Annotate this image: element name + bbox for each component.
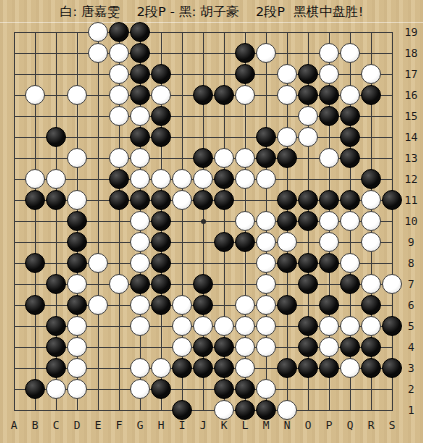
black-stone-G14 — [130, 127, 150, 147]
white-stone-L10 — [235, 211, 255, 231]
row-label-19: 19 — [400, 22, 422, 43]
black-stone-K3 — [214, 358, 234, 378]
col-label-H: H — [151, 419, 172, 432]
col-label-R: R — [361, 419, 382, 432]
col-label-Q: Q — [340, 419, 361, 432]
white-stone-J12 — [193, 169, 213, 189]
white-stone-Q10 — [340, 211, 360, 231]
white-stone-D3 — [67, 358, 87, 378]
white-stone-R9 — [361, 232, 381, 252]
col-label-B: B — [25, 419, 46, 432]
row-label-1: 1 — [400, 400, 422, 421]
white-stone-D7 — [67, 274, 87, 294]
white-stone-M12 — [256, 169, 276, 189]
col-label-E: E — [88, 419, 109, 432]
black-stone-R3 — [361, 358, 381, 378]
black-stone-H8 — [151, 253, 171, 273]
black-stone-J11 — [193, 190, 213, 210]
black-stone-S5 — [382, 316, 402, 336]
white-stone-R11 — [361, 190, 381, 210]
black-stone-N3 — [277, 358, 297, 378]
white-stone-I4 — [172, 337, 192, 357]
black-stone-L18 — [235, 43, 255, 63]
black-stone-R6 — [361, 295, 381, 315]
black-stone-H17 — [151, 64, 171, 84]
white-stone-R7 — [361, 274, 381, 294]
black-stone-J7 — [193, 274, 213, 294]
black-stone-D10 — [67, 211, 87, 231]
white-stone-I6 — [172, 295, 192, 315]
col-label-D: D — [67, 419, 88, 432]
col-label-J: J — [193, 419, 214, 432]
white-stone-I12 — [172, 169, 192, 189]
white-stone-K1 — [214, 400, 234, 420]
black-stone-M1 — [256, 400, 276, 420]
black-stone-I3 — [172, 358, 192, 378]
white-stone-P9 — [319, 232, 339, 252]
white-stone-K13 — [214, 148, 234, 168]
row-label-2: 2 — [400, 379, 422, 400]
white-stone-E19 — [88, 22, 108, 42]
black-stone-N6 — [277, 295, 297, 315]
col-label-M: M — [256, 419, 277, 432]
black-stone-H15 — [151, 106, 171, 126]
white-stone-G13 — [130, 148, 150, 168]
white-stone-P18 — [319, 43, 339, 63]
black-stone-G19 — [130, 22, 150, 42]
black-stone-F11 — [109, 190, 129, 210]
black-stone-G11 — [130, 190, 150, 210]
white-stone-C2 — [46, 379, 66, 399]
white-stone-M9 — [256, 232, 276, 252]
row-label-5: 5 — [400, 316, 422, 337]
col-label-N: N — [277, 419, 298, 432]
black-stone-O3 — [298, 358, 318, 378]
row-label-18: 18 — [400, 43, 422, 64]
white-stone-S7 — [382, 274, 402, 294]
white-stone-F18 — [109, 43, 129, 63]
black-stone-F12 — [109, 169, 129, 189]
black-stone-O4 — [298, 337, 318, 357]
white-stone-N1 — [277, 400, 297, 420]
black-stone-P8 — [319, 253, 339, 273]
black-stone-O11 — [298, 190, 318, 210]
black-stone-N10 — [277, 211, 297, 231]
black-stone-J3 — [193, 358, 213, 378]
black-stone-Q7 — [340, 274, 360, 294]
black-stone-B11 — [25, 190, 45, 210]
black-stone-L2 — [235, 379, 255, 399]
white-stone-F16 — [109, 85, 129, 105]
black-stone-O10 — [298, 211, 318, 231]
black-stone-S11 — [382, 190, 402, 210]
white-stone-M18 — [256, 43, 276, 63]
white-stone-D2 — [67, 379, 87, 399]
black-stone-D6 — [67, 295, 87, 315]
go-board[interactable] — [4, 22, 403, 421]
row-label-6: 6 — [400, 295, 422, 316]
black-stone-Q11 — [340, 190, 360, 210]
row-label-8: 8 — [400, 253, 422, 274]
black-stone-M13 — [256, 148, 276, 168]
row-label-9: 9 — [400, 232, 422, 253]
white-stone-F15 — [109, 106, 129, 126]
white-stone-P4 — [319, 337, 339, 357]
black-stone-J16 — [193, 85, 213, 105]
black-stone-H7 — [151, 274, 171, 294]
white-stone-G12 — [130, 169, 150, 189]
white-stone-D16 — [67, 85, 87, 105]
black-stone-Q14 — [340, 127, 360, 147]
black-stone-O16 — [298, 85, 318, 105]
white-stone-P13 — [319, 148, 339, 168]
black-stone-R12 — [361, 169, 381, 189]
white-stone-G9 — [130, 232, 150, 252]
col-label-P: P — [319, 419, 340, 432]
black-stone-P15 — [319, 106, 339, 126]
row-label-13: 13 — [400, 148, 422, 169]
white-stone-E6 — [88, 295, 108, 315]
white-stone-L13 — [235, 148, 255, 168]
white-stone-M6 — [256, 295, 276, 315]
black-stone-G7 — [130, 274, 150, 294]
black-stone-C4 — [46, 337, 66, 357]
white-stone-G15 — [130, 106, 150, 126]
col-label-A: A — [4, 419, 25, 432]
white-stone-D4 — [67, 337, 87, 357]
black-stone-S3 — [382, 358, 402, 378]
white-stone-H16 — [151, 85, 171, 105]
black-stone-G16 — [130, 85, 150, 105]
black-stone-O5 — [298, 316, 318, 336]
white-stone-B16 — [25, 85, 45, 105]
white-stone-R5 — [361, 316, 381, 336]
black-stone-J6 — [193, 295, 213, 315]
go-app-window: 白: 唐嘉雯 2段P - 黑: 胡子豪 2段P 黑棋中盘胜! ABCDEFGHI… — [0, 0, 423, 443]
black-stone-P6 — [319, 295, 339, 315]
white-stone-N9 — [277, 232, 297, 252]
black-stone-K2 — [214, 379, 234, 399]
white-stone-G8 — [130, 253, 150, 273]
black-stone-R4 — [361, 337, 381, 357]
black-stone-D8 — [67, 253, 87, 273]
black-stone-O7 — [298, 274, 318, 294]
black-stone-L17 — [235, 64, 255, 84]
white-stone-Q5 — [340, 316, 360, 336]
white-stone-Q8 — [340, 253, 360, 273]
black-stone-K11 — [214, 190, 234, 210]
black-stone-N8 — [277, 253, 297, 273]
white-stone-M8 — [256, 253, 276, 273]
white-stone-L3 — [235, 358, 255, 378]
black-stone-Q13 — [340, 148, 360, 168]
black-stone-N13 — [277, 148, 297, 168]
black-stone-Q15 — [340, 106, 360, 126]
white-stone-P17 — [319, 64, 339, 84]
white-stone-L6 — [235, 295, 255, 315]
black-stone-J4 — [193, 337, 213, 357]
col-label-F: F — [109, 419, 130, 432]
white-stone-M7 — [256, 274, 276, 294]
white-stone-Q18 — [340, 43, 360, 63]
row-label-7: 7 — [400, 274, 422, 295]
black-stone-C11 — [46, 190, 66, 210]
white-stone-F13 — [109, 148, 129, 168]
white-stone-G3 — [130, 358, 150, 378]
white-stone-E8 — [88, 253, 108, 273]
col-label-G: G — [130, 419, 151, 432]
black-stone-J13 — [193, 148, 213, 168]
white-stone-N17 — [277, 64, 297, 84]
col-label-O: O — [298, 419, 319, 432]
white-stone-J5 — [193, 316, 213, 336]
white-stone-M4 — [256, 337, 276, 357]
white-stone-K5 — [214, 316, 234, 336]
black-stone-R16 — [361, 85, 381, 105]
white-stone-B12 — [25, 169, 45, 189]
row-label-15: 15 — [400, 106, 422, 127]
col-label-S: S — [382, 419, 403, 432]
white-stone-D13 — [67, 148, 87, 168]
black-stone-B2 — [25, 379, 45, 399]
white-stone-Q3 — [340, 358, 360, 378]
white-stone-G6 — [130, 295, 150, 315]
white-stone-D5 — [67, 316, 87, 336]
row-label-14: 14 — [400, 127, 422, 148]
white-stone-C12 — [46, 169, 66, 189]
game-info-header: 白: 唐嘉雯 2段P - 黑: 胡子豪 2段P 黑棋中盘胜! — [0, 3, 423, 21]
white-stone-I5 — [172, 316, 192, 336]
white-stone-H12 — [151, 169, 171, 189]
white-stone-L16 — [235, 85, 255, 105]
white-stone-H3 — [151, 358, 171, 378]
white-stone-I11 — [172, 190, 192, 210]
black-stone-N11 — [277, 190, 297, 210]
black-stone-B8 — [25, 253, 45, 273]
black-stone-M14 — [256, 127, 276, 147]
white-stone-R17 — [361, 64, 381, 84]
white-stone-G2 — [130, 379, 150, 399]
white-stone-M2 — [256, 379, 276, 399]
white-stone-D11 — [67, 190, 87, 210]
black-stone-G18 — [130, 43, 150, 63]
black-stone-K12 — [214, 169, 234, 189]
white-stone-N16 — [277, 85, 297, 105]
black-stone-B6 — [25, 295, 45, 315]
row-label-12: 12 — [400, 169, 422, 190]
black-stone-K16 — [214, 85, 234, 105]
black-stone-C5 — [46, 316, 66, 336]
black-stone-K4 — [214, 337, 234, 357]
black-stone-C3 — [46, 358, 66, 378]
white-stone-P5 — [319, 316, 339, 336]
col-label-I: I — [172, 419, 193, 432]
black-stone-O17 — [298, 64, 318, 84]
white-stone-G5 — [130, 316, 150, 336]
row-label-4: 4 — [400, 337, 422, 358]
black-stone-P16 — [319, 85, 339, 105]
black-stone-H2 — [151, 379, 171, 399]
white-stone-E18 — [88, 43, 108, 63]
white-stone-L4 — [235, 337, 255, 357]
black-stone-L9 — [235, 232, 255, 252]
white-stone-M5 — [256, 316, 276, 336]
white-stone-P10 — [319, 211, 339, 231]
black-stone-H11 — [151, 190, 171, 210]
black-stone-P11 — [319, 190, 339, 210]
row-label-10: 10 — [400, 211, 422, 232]
white-stone-F17 — [109, 64, 129, 84]
col-label-L: L — [235, 419, 256, 432]
white-stone-N14 — [277, 127, 297, 147]
black-stone-F19 — [109, 22, 129, 42]
white-stone-F7 — [109, 274, 129, 294]
black-stone-D9 — [67, 232, 87, 252]
col-label-K: K — [214, 419, 235, 432]
black-stone-K9 — [214, 232, 234, 252]
white-stone-G10 — [130, 211, 150, 231]
white-stone-R10 — [361, 211, 381, 231]
row-label-3: 3 — [400, 358, 422, 379]
black-stone-H10 — [151, 211, 171, 231]
white-stone-M10 — [256, 211, 276, 231]
white-stone-L5 — [235, 316, 255, 336]
column-labels: ABCDEFGHIJKLMNOPQRS — [4, 419, 403, 432]
black-stone-Q4 — [340, 337, 360, 357]
black-stone-H14 — [151, 127, 171, 147]
black-stone-H9 — [151, 232, 171, 252]
black-stone-L1 — [235, 400, 255, 420]
black-stone-C14 — [46, 127, 66, 147]
row-label-16: 16 — [400, 85, 422, 106]
black-stone-O8 — [298, 253, 318, 273]
white-stone-O14 — [298, 127, 318, 147]
white-stone-O15 — [298, 106, 318, 126]
black-stone-G17 — [130, 64, 150, 84]
row-label-11: 11 — [400, 190, 422, 211]
white-stone-L12 — [235, 169, 255, 189]
black-stone-C7 — [46, 274, 66, 294]
row-label-17: 17 — [400, 64, 422, 85]
col-label-C: C — [46, 419, 67, 432]
white-stone-Q16 — [340, 85, 360, 105]
row-labels: 19181716151413121110987654321 — [400, 22, 422, 421]
black-stone-P3 — [319, 358, 339, 378]
black-stone-I1 — [172, 400, 192, 420]
black-stone-H6 — [151, 295, 171, 315]
